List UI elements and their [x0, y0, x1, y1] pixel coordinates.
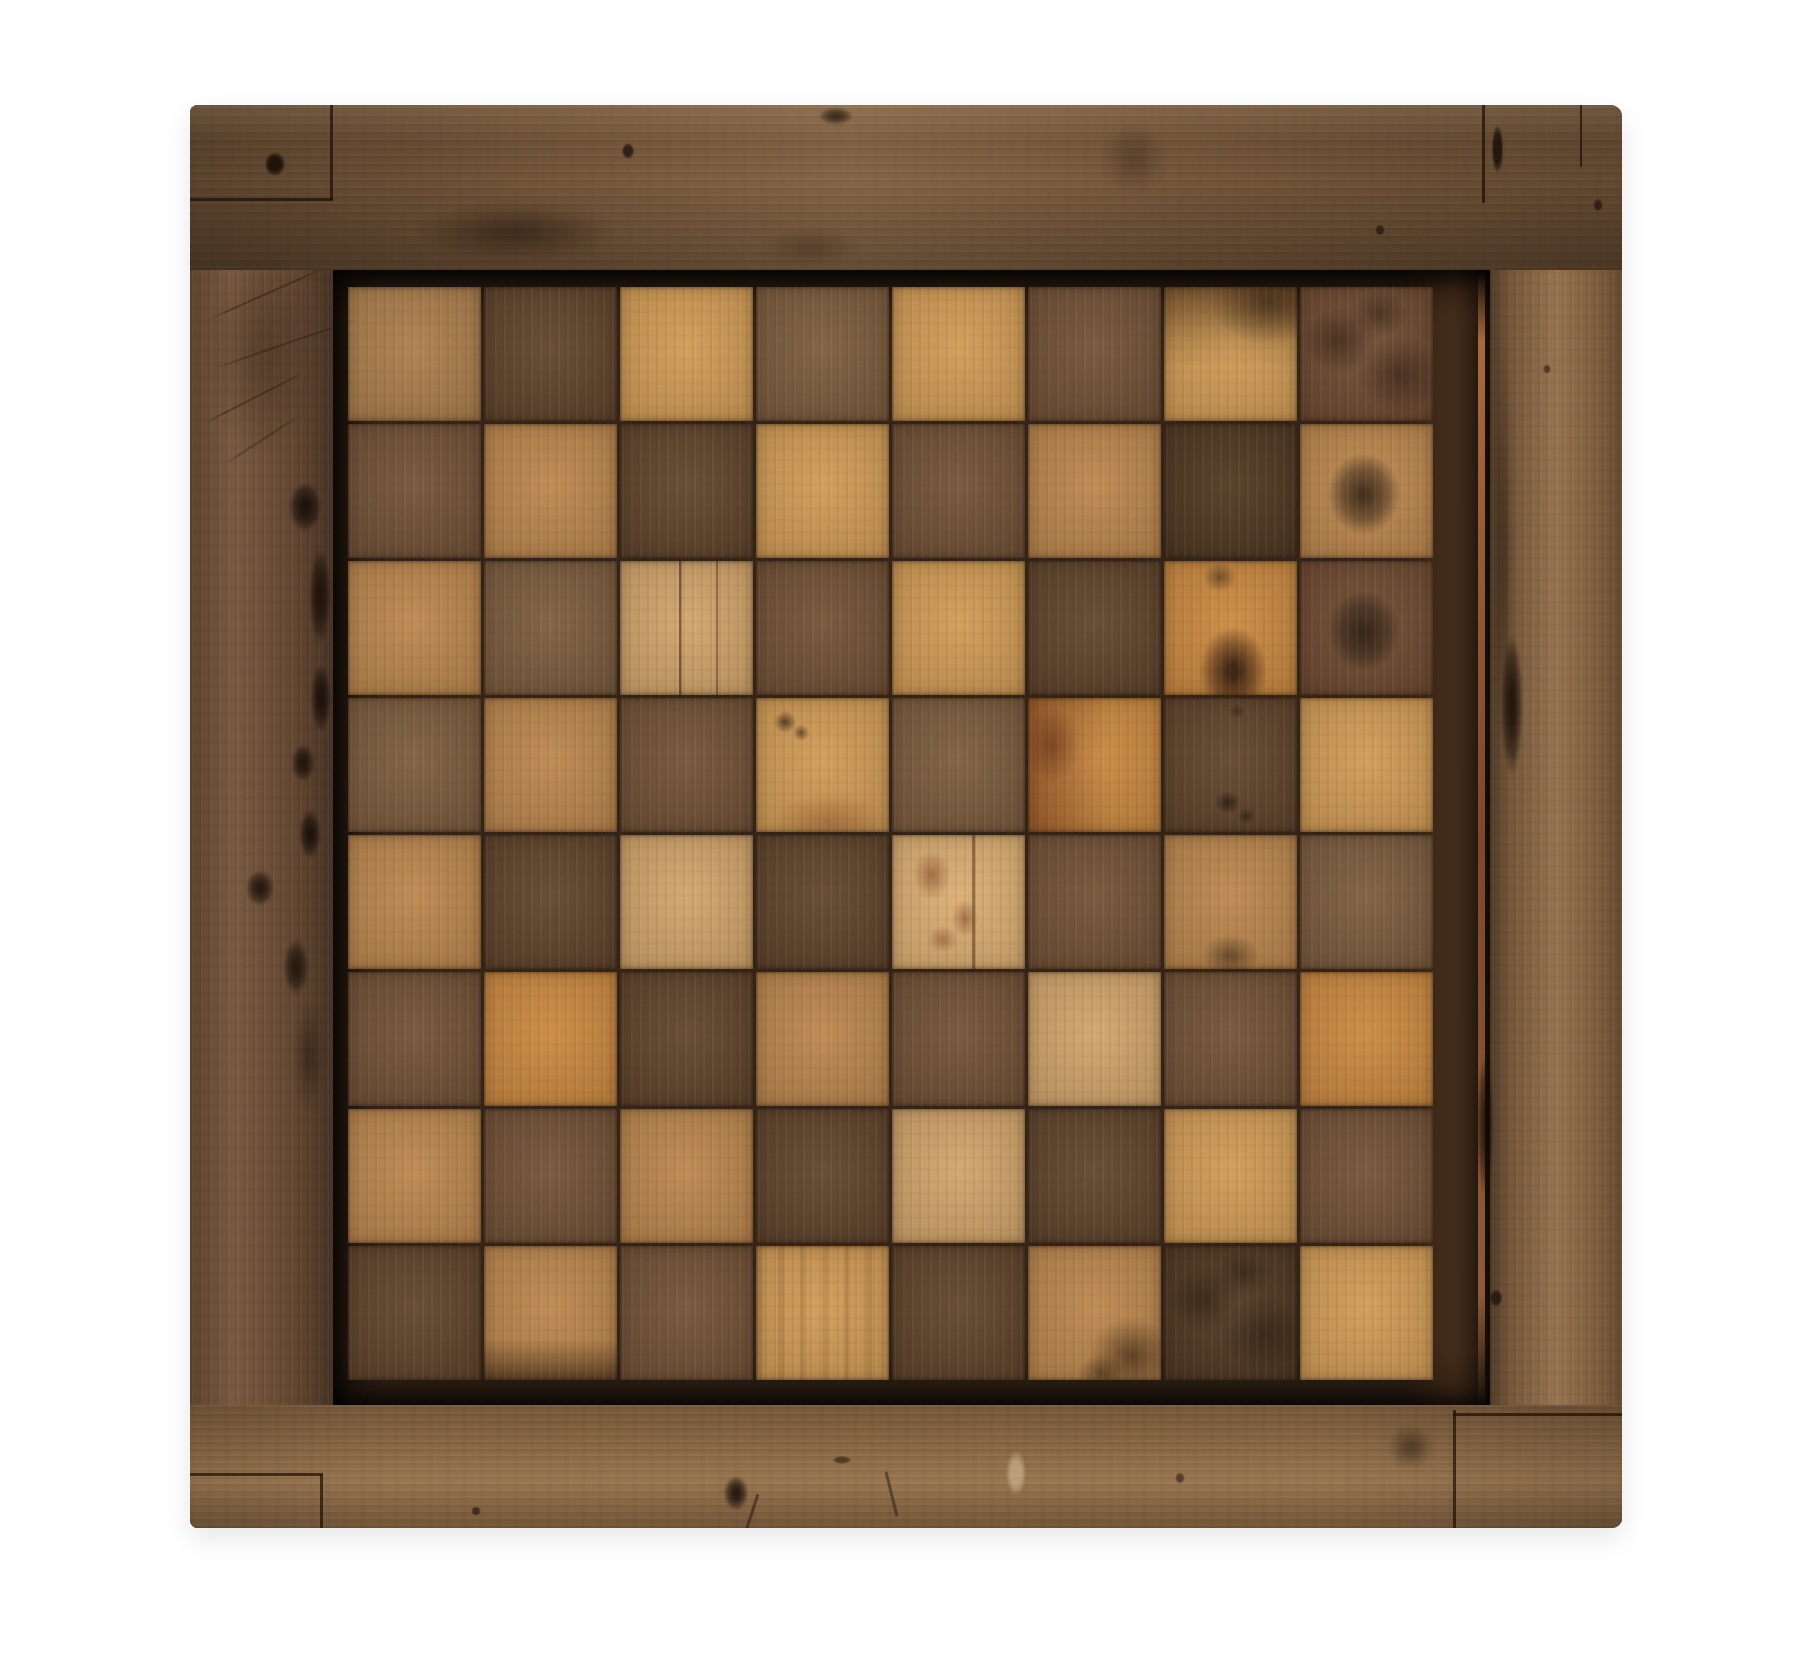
square-g6: [1164, 561, 1297, 695]
square-d4: [756, 835, 889, 969]
square-b4: [484, 835, 617, 969]
square-a8: [348, 287, 481, 421]
square-g2: [1164, 1109, 1297, 1243]
square-g4: [1164, 835, 1297, 969]
square-g5: [1164, 698, 1297, 832]
square-h8: [1300, 287, 1433, 421]
square-b8: [484, 287, 617, 421]
square-b2: [484, 1109, 617, 1243]
square-e7: [892, 424, 1025, 558]
square-c4: [620, 835, 753, 969]
square-d3: [756, 972, 889, 1106]
frame-right-stile: [1490, 105, 1622, 1528]
square-h3: [1300, 972, 1433, 1106]
square-f3: [1028, 972, 1161, 1106]
square-b3: [484, 972, 617, 1106]
square-d8: [756, 287, 889, 421]
square-c5: [620, 698, 753, 832]
square-h2: [1300, 1109, 1433, 1243]
square-a1: [348, 1246, 481, 1380]
frame-bottom-rail: [190, 1405, 1622, 1528]
square-a5: [348, 698, 481, 832]
square-a4: [348, 835, 481, 969]
square-d2: [756, 1109, 889, 1243]
square-e3: [892, 972, 1025, 1106]
square-c8: [620, 287, 753, 421]
square-e8: [892, 287, 1025, 421]
square-c7: [620, 424, 753, 558]
square-g8: [1164, 287, 1297, 421]
square-h4: [1300, 835, 1433, 969]
frame-top-rail: [190, 105, 1622, 270]
square-a3: [348, 972, 481, 1106]
square-f7: [1028, 424, 1161, 558]
square-d7: [756, 424, 889, 558]
square-g3: [1164, 972, 1297, 1106]
frame-left-stile: [190, 105, 333, 1528]
square-d6: [756, 561, 889, 695]
square-f8: [1028, 287, 1161, 421]
antique-checkerboard: [190, 105, 1622, 1528]
square-g1: [1164, 1246, 1297, 1380]
square-b6: [484, 561, 617, 695]
square-h5: [1300, 698, 1433, 832]
square-e5: [892, 698, 1025, 832]
square-c1: [620, 1246, 753, 1380]
squares-grid: [348, 287, 1433, 1380]
photo-background: [0, 0, 1800, 1669]
square-d5: [756, 698, 889, 832]
square-c2: [620, 1109, 753, 1243]
square-g7: [1164, 424, 1297, 558]
square-a7: [348, 424, 481, 558]
square-f1: [1028, 1246, 1161, 1380]
square-h7: [1300, 424, 1433, 558]
square-f6: [1028, 561, 1161, 695]
square-b7: [484, 424, 617, 558]
square-h1: [1300, 1246, 1433, 1380]
square-f2: [1028, 1109, 1161, 1243]
square-b5: [484, 698, 617, 832]
square-c3: [620, 972, 753, 1106]
square-f4: [1028, 835, 1161, 969]
square-e1: [892, 1246, 1025, 1380]
square-f5: [1028, 698, 1161, 832]
square-e2: [892, 1109, 1025, 1243]
square-e6: [892, 561, 1025, 695]
square-a2: [348, 1109, 481, 1243]
square-d1: [756, 1246, 889, 1380]
square-h6: [1300, 561, 1433, 695]
square-a6: [348, 561, 481, 695]
square-c6: [620, 561, 753, 695]
square-b1: [484, 1246, 617, 1380]
square-e4: [892, 835, 1025, 969]
